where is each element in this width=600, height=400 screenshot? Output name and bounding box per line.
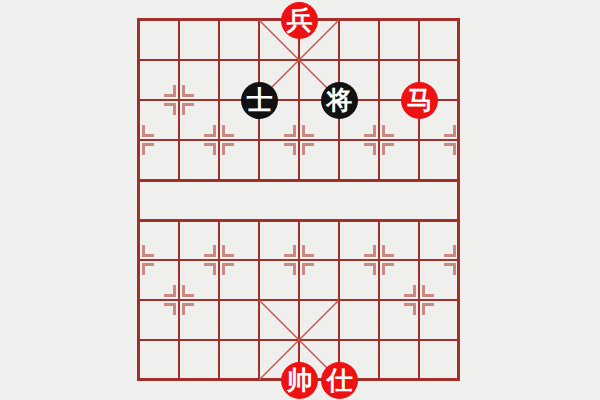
- grid-line-vertical: [378, 20, 380, 180]
- position-marker: [284, 263, 296, 275]
- position-marker: [164, 85, 176, 97]
- position-marker: [302, 143, 314, 155]
- grid-line-vertical: [418, 220, 420, 380]
- position-marker: [364, 245, 376, 257]
- position-marker: [444, 263, 456, 275]
- position-marker: [302, 125, 314, 137]
- position-marker: [164, 303, 176, 315]
- piece-red-advisor[interactable]: 仕: [321, 362, 358, 399]
- position-marker: [284, 143, 296, 155]
- position-marker: [222, 263, 234, 275]
- position-marker: [284, 245, 296, 257]
- position-marker: [164, 103, 176, 115]
- grid-line-vertical: [258, 220, 260, 380]
- piece-black-advisor[interactable]: 士: [241, 82, 278, 119]
- position-marker: [444, 143, 456, 155]
- position-marker: [222, 245, 234, 257]
- piece-black-general[interactable]: 将: [321, 82, 358, 119]
- position-marker: [182, 85, 194, 97]
- grid-line-vertical: [218, 20, 220, 180]
- position-marker: [422, 303, 434, 315]
- position-marker: [204, 125, 216, 137]
- grid-line-vertical: [338, 220, 340, 380]
- xiangqi-app: 兵士将马帅仕: [0, 0, 600, 400]
- position-marker: [382, 245, 394, 257]
- position-marker: [142, 263, 154, 275]
- position-marker: [284, 125, 296, 137]
- position-marker: [142, 125, 154, 137]
- position-marker: [382, 143, 394, 155]
- grid-line-vertical: [378, 220, 380, 380]
- position-marker: [364, 263, 376, 275]
- position-marker: [444, 245, 456, 257]
- grid-line-vertical: [178, 20, 180, 180]
- position-marker: [182, 285, 194, 297]
- piece-red-horse[interactable]: 马: [401, 82, 438, 119]
- position-marker: [204, 263, 216, 275]
- grid-line-vertical: [218, 220, 220, 380]
- position-marker: [204, 143, 216, 155]
- position-marker: [222, 125, 234, 137]
- position-marker: [182, 303, 194, 315]
- position-marker: [142, 245, 154, 257]
- position-marker: [444, 125, 456, 137]
- position-marker: [404, 285, 416, 297]
- position-marker: [182, 103, 194, 115]
- position-marker: [422, 285, 434, 297]
- grid-line-vertical: [298, 220, 300, 380]
- position-marker: [404, 303, 416, 315]
- position-marker: [382, 125, 394, 137]
- position-marker: [364, 125, 376, 137]
- position-marker: [164, 285, 176, 297]
- position-marker: [142, 143, 154, 155]
- position-marker: [302, 245, 314, 257]
- position-marker: [222, 143, 234, 155]
- xiangqi-board[interactable]: 兵士将马帅仕: [0, 0, 600, 400]
- grid-line-vertical: [178, 220, 180, 380]
- piece-red-soldier[interactable]: 兵: [281, 2, 318, 39]
- position-marker: [382, 263, 394, 275]
- position-marker: [204, 245, 216, 257]
- position-marker: [364, 143, 376, 155]
- piece-red-general[interactable]: 帅: [281, 362, 318, 399]
- grid-line-vertical: [298, 20, 300, 180]
- position-marker: [302, 263, 314, 275]
